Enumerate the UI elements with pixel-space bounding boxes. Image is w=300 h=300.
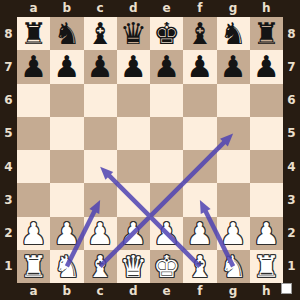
piece-black-p-b7[interactable]: ♟ [53,50,80,83]
piece-white-b-c1[interactable]: ♝ [87,250,114,283]
rank-label-8: 8 [283,17,300,50]
square-c7[interactable]: ♟ [84,50,117,83]
rank-label-6: 6 [283,84,300,117]
piece-black-r-h8[interactable]: ♜ [253,17,280,50]
rank-label-4: 4 [0,150,17,183]
piece-white-p-e2[interactable]: ♟ [153,217,180,250]
piece-white-p-g2[interactable]: ♟ [220,217,247,250]
piece-white-b-f1[interactable]: ♝ [186,250,213,283]
piece-black-q-d8[interactable]: ♛ [120,17,147,50]
square-a3[interactable] [17,183,50,216]
piece-black-p-a7[interactable]: ♟ [20,50,47,83]
piece-black-r-a8[interactable]: ♜ [20,17,47,50]
rank-label-5: 5 [283,117,300,150]
square-e6[interactable] [150,84,183,117]
square-e4[interactable] [150,150,183,183]
square-g5[interactable] [217,117,250,150]
square-d2[interactable]: ♟ [117,217,150,250]
square-g8[interactable]: ♞ [217,17,250,50]
rank-label-7: 7 [0,50,17,83]
piece-white-p-a2[interactable]: ♟ [20,217,47,250]
rank-label-3: 3 [283,183,300,216]
square-g2[interactable]: ♟ [217,217,250,250]
file-label-e: e [150,283,183,300]
square-b7[interactable]: ♟ [50,50,83,83]
square-f1[interactable]: ♝ [183,250,216,283]
square-d7[interactable]: ♟ [117,50,150,83]
file-label-h: h [250,0,283,17]
file-label-b: b [50,283,83,300]
piece-black-p-e7[interactable]: ♟ [153,50,180,83]
rank-label-6: 6 [0,84,17,117]
square-d1[interactable]: ♛ [117,250,150,283]
piece-black-b-f8[interactable]: ♝ [186,17,213,50]
file-labels-top: abcdefgh [17,0,283,17]
square-c4[interactable] [84,150,117,183]
square-d5[interactable] [117,117,150,150]
piece-white-p-d2[interactable]: ♟ [120,217,147,250]
square-h3[interactable] [250,183,283,216]
file-labels-bottom: abcdefgh [17,283,283,300]
square-g4[interactable] [217,150,250,183]
piece-black-p-h7[interactable]: ♟ [253,50,280,83]
square-c1[interactable]: ♝ [84,250,117,283]
square-a1[interactable]: ♜ [17,250,50,283]
square-b4[interactable] [50,150,83,183]
rank-labels-right: 87654321 [283,17,300,283]
file-label-c: c [84,283,117,300]
piece-white-p-b2[interactable]: ♟ [53,217,80,250]
file-label-f: f [183,283,216,300]
rank-label-2: 2 [283,217,300,250]
square-d6[interactable] [117,84,150,117]
square-d4[interactable] [117,150,150,183]
square-a7[interactable]: ♟ [17,50,50,83]
file-label-b: b [50,0,83,17]
file-label-e: e [150,0,183,17]
piece-black-p-g7[interactable]: ♟ [220,50,247,83]
square-a5[interactable] [17,117,50,150]
square-a6[interactable] [17,84,50,117]
square-f6[interactable] [183,84,216,117]
square-a2[interactable]: ♟ [17,217,50,250]
piece-white-k-e1[interactable]: ♚ [153,250,180,283]
square-h8[interactable]: ♜ [250,17,283,50]
piece-white-p-c2[interactable]: ♟ [87,217,114,250]
rank-label-5: 5 [0,117,17,150]
rank-label-3: 3 [0,183,17,216]
file-label-h: h [250,283,283,300]
square-g7[interactable]: ♟ [217,50,250,83]
square-f4[interactable] [183,150,216,183]
square-e8[interactable]: ♚ [150,17,183,50]
square-c3[interactable] [84,183,117,216]
piece-black-p-d7[interactable]: ♟ [120,50,147,83]
rank-label-1: 1 [283,250,300,283]
file-label-a: a [17,283,50,300]
piece-white-r-a1[interactable]: ♜ [20,250,47,283]
square-e1[interactable]: ♚ [150,250,183,283]
piece-white-r-h1[interactable]: ♜ [253,250,280,283]
square-d3[interactable] [117,183,150,216]
square-b6[interactable] [50,84,83,117]
file-label-d: d [117,283,150,300]
square-g3[interactable] [217,183,250,216]
square-f8[interactable]: ♝ [183,17,216,50]
file-label-a: a [17,0,50,17]
square-c6[interactable] [84,84,117,117]
piece-black-k-e8[interactable]: ♚ [153,17,180,50]
rank-label-8: 8 [0,17,17,50]
square-h1[interactable]: ♜ [250,250,283,283]
square-g1[interactable]: ♞ [217,250,250,283]
file-label-g: g [217,283,250,300]
chessboard-widget: abcdefgh abcdefgh 87654321 87654321 ♜♞♝♛… [0,0,300,300]
square-f5[interactable] [183,117,216,150]
square-b5[interactable] [50,117,83,150]
piece-black-p-c7[interactable]: ♟ [87,50,114,83]
piece-black-n-b8[interactable]: ♞ [53,17,80,50]
file-label-d: d [117,0,150,17]
piece-white-p-h2[interactable]: ♟ [253,217,280,250]
square-e2[interactable]: ♟ [150,217,183,250]
piece-black-p-f7[interactable]: ♟ [186,50,213,83]
square-c8[interactable]: ♝ [84,17,117,50]
square-c2[interactable]: ♟ [84,217,117,250]
square-b2[interactable]: ♟ [50,217,83,250]
board: ♜♞♝♛♚♝♞♜♟♟♟♟♟♟♟♟♟♟♟♟♟♟♟♟♜♞♝♛♚♝♞♜ [17,17,283,283]
square-h2[interactable]: ♟ [250,217,283,250]
square-h7[interactable]: ♟ [250,50,283,83]
square-b8[interactable]: ♞ [50,17,83,50]
piece-white-n-g1[interactable]: ♞ [220,250,247,283]
square-b3[interactable] [50,183,83,216]
rank-label-4: 4 [283,150,300,183]
square-e5[interactable] [150,117,183,150]
square-b1[interactable]: ♞ [50,250,83,283]
square-h5[interactable] [250,117,283,150]
file-label-g: g [217,0,250,17]
piece-black-b-c8[interactable]: ♝ [87,17,114,50]
piece-black-n-g8[interactable]: ♞ [220,17,247,50]
square-e7[interactable]: ♟ [150,50,183,83]
square-h6[interactable] [250,84,283,117]
piece-white-n-b1[interactable]: ♞ [53,250,80,283]
square-a8[interactable]: ♜ [17,17,50,50]
square-a4[interactable] [17,150,50,183]
square-f2[interactable]: ♟ [183,217,216,250]
piece-white-p-f2[interactable]: ♟ [186,217,213,250]
rank-label-1: 1 [0,250,17,283]
square-d8[interactable]: ♛ [117,17,150,50]
square-e3[interactable] [150,183,183,216]
file-label-f: f [183,0,216,17]
file-label-c: c [84,0,117,17]
square-f3[interactable] [183,183,216,216]
side-to-move-indicator [281,283,292,294]
square-h4[interactable] [250,150,283,183]
square-c5[interactable] [84,117,117,150]
rank-label-2: 2 [0,217,17,250]
rank-label-7: 7 [283,50,300,83]
rank-labels-left: 87654321 [0,17,17,283]
piece-white-q-d1[interactable]: ♛ [120,250,147,283]
square-g6[interactable] [217,84,250,117]
square-f7[interactable]: ♟ [183,50,216,83]
